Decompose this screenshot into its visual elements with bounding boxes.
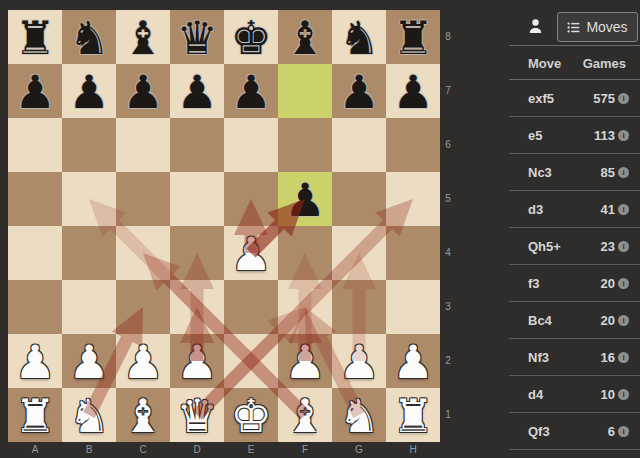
square-a2[interactable]: ♟ — [8, 334, 62, 388]
square-b5[interactable] — [62, 172, 116, 226]
square-a3[interactable] — [8, 280, 62, 334]
piece-white-bishop[interactable]: ♝ — [116, 388, 170, 442]
games-number: 16 — [601, 350, 615, 365]
move-row-Qh5+[interactable]: Qh5+23i — [509, 228, 640, 265]
piece-black-rook[interactable]: ♜ — [386, 10, 440, 64]
piece-black-pawn[interactable]: ♟ — [386, 64, 440, 118]
games-count: 23i — [601, 239, 629, 254]
tabs-divider — [509, 45, 640, 46]
square-g8[interactable]: ♞ — [332, 10, 386, 64]
info-icon[interactable]: i — [618, 352, 629, 363]
square-b4[interactable] — [62, 226, 116, 280]
move-label: e5 — [528, 128, 542, 143]
square-g5[interactable] — [332, 172, 386, 226]
piece-black-bishop[interactable]: ♝ — [278, 10, 332, 64]
piece-white-king[interactable]: ♚ — [224, 388, 278, 442]
square-c7[interactable]: ♟ — [116, 64, 170, 118]
games-number: 23 — [601, 239, 615, 254]
piece-black-king[interactable]: ♚ — [224, 10, 278, 64]
square-e5[interactable] — [224, 172, 278, 226]
square-e2[interactable] — [224, 334, 278, 388]
move-label: Bc4 — [528, 313, 552, 328]
rank-label: 6 — [440, 118, 456, 172]
square-c4[interactable] — [116, 226, 170, 280]
square-e7[interactable]: ♟ — [224, 64, 278, 118]
square-b1[interactable]: ♞ — [62, 388, 116, 442]
user-icon — [526, 17, 545, 36]
square-f7[interactable] — [278, 64, 332, 118]
file-label: F — [278, 443, 332, 458]
move-label: f3 — [528, 276, 540, 291]
square-c6[interactable] — [116, 118, 170, 172]
move-label: Nf3 — [528, 350, 549, 365]
piece-black-rook[interactable]: ♜ — [8, 10, 62, 64]
square-a5[interactable] — [8, 172, 62, 226]
piece-white-pawn[interactable]: ♟ — [170, 334, 224, 388]
square-e4[interactable]: ♟ — [224, 226, 278, 280]
info-icon[interactable]: i — [618, 426, 629, 437]
piece-white-knight[interactable]: ♞ — [332, 388, 386, 442]
square-c8[interactable]: ♝ — [116, 10, 170, 64]
piece-white-pawn[interactable]: ♟ — [116, 334, 170, 388]
file-label: D — [170, 443, 224, 458]
games-number: 20 — [601, 313, 615, 328]
file-label: E — [224, 443, 278, 458]
games-count: 85i — [601, 165, 629, 180]
square-e8[interactable]: ♚ — [224, 10, 278, 64]
piece-white-bishop[interactable]: ♝ — [278, 388, 332, 442]
piece-black-pawn[interactable]: ♟ — [224, 64, 278, 118]
games-count: 10i — [601, 387, 629, 402]
info-icon[interactable]: i — [618, 278, 629, 289]
chess-board[interactable]: ♜♞♝♛♚♝♞♜♟♟♟♟♟♟♟♟♟♟♟♟♟♟♟♟♜♞♝♛♚♝♞♜ — [8, 10, 440, 442]
square-h3[interactable] — [386, 280, 440, 334]
moves-table-header: Move Games — [509, 50, 640, 76]
move-label: Qh5+ — [528, 239, 561, 254]
square-h5[interactable] — [386, 172, 440, 226]
piece-black-pawn[interactable]: ♟ — [62, 64, 116, 118]
square-d3[interactable] — [170, 280, 224, 334]
games-count: 575i — [593, 91, 629, 106]
square-h8[interactable]: ♜ — [386, 10, 440, 64]
square-g3[interactable] — [332, 280, 386, 334]
piece-black-queen[interactable]: ♛ — [170, 10, 224, 64]
board-squares[interactable]: ♜♞♝♛♚♝♞♜♟♟♟♟♟♟♟♟♟♟♟♟♟♟♟♟♜♞♝♛♚♝♞♜ — [8, 10, 440, 442]
square-a7[interactable]: ♟ — [8, 64, 62, 118]
move-row-Bc4[interactable]: Bc420i — [509, 302, 640, 339]
file-label: C — [116, 443, 170, 458]
moves-tab[interactable]: Moves — [557, 12, 638, 42]
square-f5[interactable]: ♟ — [278, 172, 332, 226]
info-icon[interactable]: i — [618, 130, 629, 141]
square-c2[interactable]: ♟ — [116, 334, 170, 388]
column-header-games: Games — [583, 56, 626, 71]
square-e1[interactable]: ♚ — [224, 388, 278, 442]
square-d7[interactable]: ♟ — [170, 64, 224, 118]
games-number: 85 — [601, 165, 615, 180]
piece-black-knight[interactable]: ♞ — [62, 10, 116, 64]
move-label: d3 — [528, 202, 543, 217]
square-c5[interactable] — [116, 172, 170, 226]
square-f3[interactable] — [278, 280, 332, 334]
rank-label: 3 — [440, 280, 456, 334]
piece-white-knight[interactable]: ♞ — [62, 388, 116, 442]
square-h7[interactable]: ♟ — [386, 64, 440, 118]
piece-white-pawn[interactable]: ♟ — [332, 334, 386, 388]
square-b8[interactable]: ♞ — [62, 10, 116, 64]
list-icon — [567, 21, 580, 34]
rank-label: 5 — [440, 172, 456, 226]
file-label: H — [386, 443, 440, 458]
piece-white-pawn[interactable]: ♟ — [386, 334, 440, 388]
square-b3[interactable] — [62, 280, 116, 334]
square-c1[interactable]: ♝ — [116, 388, 170, 442]
games-number: 10 — [601, 387, 615, 402]
sidebar: Moves Move Games exf5575ie5113iNc385id34… — [497, 0, 640, 458]
square-d5[interactable] — [170, 172, 224, 226]
square-f1[interactable]: ♝ — [278, 388, 332, 442]
square-f2[interactable]: ♟ — [278, 334, 332, 388]
file-label: B — [62, 443, 116, 458]
move-row-Nc3[interactable]: Nc385i — [509, 154, 640, 191]
square-g1[interactable]: ♞ — [332, 388, 386, 442]
info-icon[interactable]: i — [618, 315, 629, 326]
square-f6[interactable] — [278, 118, 332, 172]
square-a8[interactable]: ♜ — [8, 10, 62, 64]
move-row-d3[interactable]: d341i — [509, 191, 640, 228]
rank-label: 8 — [440, 10, 456, 64]
square-a6[interactable] — [8, 118, 62, 172]
square-g7[interactable]: ♟ — [332, 64, 386, 118]
move-row-f3[interactable]: f320i — [509, 265, 640, 302]
games-count: 16i — [601, 350, 629, 365]
games-number: 113 — [594, 128, 615, 143]
move-label: d4 — [528, 387, 543, 402]
games-count: 20i — [601, 313, 629, 328]
piece-black-pawn[interactable]: ♟ — [8, 64, 62, 118]
info-icon[interactable]: i — [618, 389, 629, 400]
rank-labels: 87654321 — [440, 10, 456, 442]
square-b6[interactable] — [62, 118, 116, 172]
piece-white-pawn[interactable]: ♟ — [224, 226, 278, 280]
move-row-exf5[interactable]: exf5575i — [509, 80, 640, 117]
move-row-e5[interactable]: e5113i — [509, 117, 640, 154]
square-a1[interactable]: ♜ — [8, 388, 62, 442]
info-icon[interactable]: i — [618, 241, 629, 252]
piece-white-pawn[interactable]: ♟ — [8, 334, 62, 388]
rank-label: 2 — [440, 334, 456, 388]
move-row-Nf3[interactable]: Nf316i — [509, 339, 640, 376]
piece-black-knight[interactable]: ♞ — [332, 10, 386, 64]
square-e6[interactable] — [224, 118, 278, 172]
piece-black-pawn[interactable]: ♟ — [116, 64, 170, 118]
move-label: Qf3 — [528, 424, 550, 439]
square-d2[interactable]: ♟ — [170, 334, 224, 388]
moves-table: exf5575ie5113iNc385id341iQh5+23if320iBc4… — [509, 80, 640, 450]
square-h2[interactable]: ♟ — [386, 334, 440, 388]
square-d6[interactable] — [170, 118, 224, 172]
move-row-d4[interactable]: d410i — [509, 376, 640, 413]
square-d8[interactable]: ♛ — [170, 10, 224, 64]
piece-black-pawn[interactable]: ♟ — [170, 64, 224, 118]
rank-label: 1 — [440, 388, 456, 442]
file-labels: ABCDEFGH — [8, 443, 440, 458]
square-f8[interactable]: ♝ — [278, 10, 332, 64]
rank-label: 4 — [440, 226, 456, 280]
square-d1[interactable]: ♛ — [170, 388, 224, 442]
square-g2[interactable]: ♟ — [332, 334, 386, 388]
column-header-move: Move — [528, 56, 561, 71]
square-e3[interactable] — [224, 280, 278, 334]
games-number: 575 — [593, 91, 615, 106]
info-icon[interactable]: i — [618, 93, 629, 104]
square-b7[interactable]: ♟ — [62, 64, 116, 118]
square-c3[interactable] — [116, 280, 170, 334]
moves-tab-label: Moves — [586, 19, 627, 35]
games-count: 6i — [608, 424, 629, 439]
file-label: A — [8, 443, 62, 458]
games-count: 20i — [601, 276, 629, 291]
piece-white-pawn[interactable]: ♟ — [62, 334, 116, 388]
square-g4[interactable] — [332, 226, 386, 280]
square-b2[interactable]: ♟ — [62, 334, 116, 388]
info-icon[interactable]: i — [618, 204, 629, 215]
square-h1[interactable]: ♜ — [386, 388, 440, 442]
games-number: 6 — [608, 424, 615, 439]
rank-label: 7 — [440, 64, 456, 118]
move-row-Qf3[interactable]: Qf36i — [509, 413, 640, 450]
games-count: 41i — [601, 202, 629, 217]
games-number: 20 — [601, 276, 615, 291]
file-label: G — [332, 443, 386, 458]
move-label: exf5 — [528, 91, 554, 106]
info-icon[interactable]: i — [618, 167, 629, 178]
piece-white-rook[interactable]: ♜ — [386, 388, 440, 442]
piece-white-pawn[interactable]: ♟ — [278, 334, 332, 388]
piece-white-rook[interactable]: ♜ — [8, 388, 62, 442]
games-number: 41 — [601, 202, 615, 217]
square-f4[interactable] — [278, 226, 332, 280]
square-g6[interactable] — [332, 118, 386, 172]
square-a4[interactable] — [8, 226, 62, 280]
piece-white-queen[interactable]: ♛ — [170, 388, 224, 442]
move-label: Nc3 — [528, 165, 552, 180]
games-count: 113i — [594, 128, 629, 143]
players-tab[interactable] — [521, 13, 549, 39]
square-d4[interactable] — [170, 226, 224, 280]
piece-black-bishop[interactable]: ♝ — [116, 10, 170, 64]
piece-black-pawn[interactable]: ♟ — [332, 64, 386, 118]
piece-black-pawn[interactable]: ♟ — [278, 172, 332, 226]
square-h6[interactable] — [386, 118, 440, 172]
square-h4[interactable] — [386, 226, 440, 280]
